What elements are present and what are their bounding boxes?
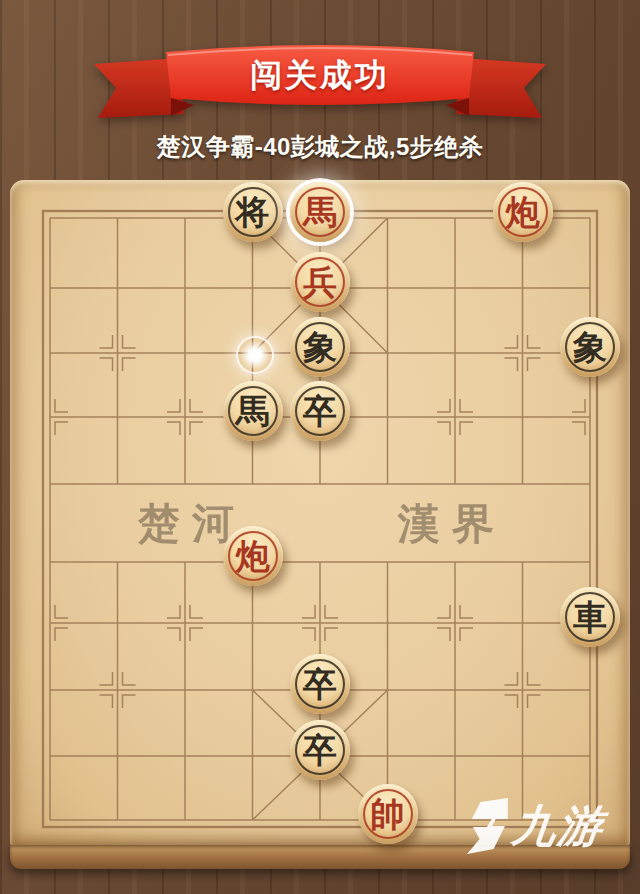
board-grid[interactable]: 将馬炮兵象象馬卒炮車卒卒帥 [50,218,590,820]
last-move-sparkle-icon [236,336,274,374]
piece-glyph: 卒 [303,667,337,701]
piece-disc: 車 [560,587,620,647]
jiuyou-logo-icon [465,796,511,856]
app-screen: 闯关成功 楚汉争霸-40彭城之战,5步绝杀 楚河 漢界 将馬炮兵象象馬卒炮車卒卒… [0,0,640,894]
piece-glyph: 兵 [303,265,337,299]
piece-disc: 卒 [290,654,350,714]
piece-glyph: 馬 [236,394,270,428]
piece-disc: 馬 [223,381,283,441]
piece-disc: 卒 [290,381,350,441]
piece-glyph: 卒 [303,733,337,767]
piece-glyph: 馬 [303,195,337,229]
piece-glyph: 将 [236,195,270,229]
piece-disc: 帥 [358,784,418,844]
piece-glyph: 炮 [506,195,540,229]
piece-glyph: 帥 [371,797,405,831]
piece-glyph: 象 [303,330,337,364]
piece-glyph: 炮 [236,539,270,573]
piece-disc: 炮 [223,526,283,586]
piece-disc: 兵 [290,252,350,312]
piece-disc: 象 [560,317,620,377]
victory-banner: 闯关成功 [0,0,640,125]
piece-disc: 馬 [290,182,350,242]
piece-disc: 卒 [290,720,350,780]
piece-glyph: 象 [573,330,607,364]
xiangqi-board[interactable]: 楚河 漢界 将馬炮兵象象馬卒炮車卒卒帥 [10,180,630,846]
watermark-text: 九游 [509,796,607,856]
watermark: 九游 [468,796,604,856]
piece-glyph: 車 [573,600,607,634]
piece-glyph: 卒 [303,394,337,428]
piece-disc: 将 [223,182,283,242]
level-subtitle: 楚汉争霸-40彭城之战,5步绝杀 [0,131,640,163]
piece-disc: 象 [290,317,350,377]
banner-title: 闯关成功 [0,54,640,98]
piece-disc: 炮 [493,182,553,242]
